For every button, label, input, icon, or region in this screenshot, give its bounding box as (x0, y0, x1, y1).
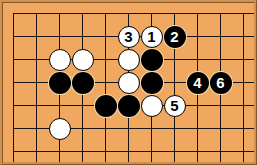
stone-black (49, 72, 71, 94)
stone-white (118, 49, 140, 71)
stone-white (141, 95, 163, 117)
stone-layer: 312465 (2, 2, 255, 163)
stone-white (72, 49, 94, 71)
stone-black-4: 4 (187, 72, 209, 94)
stone-white (49, 49, 71, 71)
stone-white-5: 5 (164, 95, 186, 117)
stone-black (141, 49, 163, 71)
go-board-diagram: 312465 (0, 0, 257, 165)
stone-black-6: 6 (210, 72, 232, 94)
stone-white (49, 118, 71, 140)
stone-black-2: 2 (164, 26, 186, 48)
stone-black (95, 95, 117, 117)
stone-black (141, 72, 163, 94)
stone-black (118, 95, 140, 117)
stone-black (72, 72, 94, 94)
stone-white-1: 1 (141, 26, 163, 48)
stone-white (118, 72, 140, 94)
stone-white-3: 3 (118, 26, 140, 48)
